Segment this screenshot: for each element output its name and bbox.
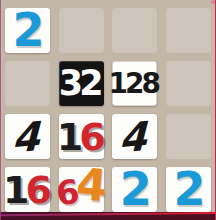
tile-digit: 2 bbox=[12, 7, 42, 53]
left-edge-accent bbox=[0, 0, 1, 220]
corner-accent bbox=[211, 0, 215, 4]
cell-tile-32: 32 bbox=[59, 61, 104, 106]
tile-digit: 2 bbox=[120, 166, 150, 212]
empty-cell bbox=[112, 8, 157, 53]
tile-digit: 6 bbox=[79, 118, 105, 156]
tile-2: 2 bbox=[112, 167, 157, 212]
tile-digit: 6 bbox=[26, 171, 52, 209]
tile-digit: 2 bbox=[79, 66, 103, 101]
cell-tile-4: 4 bbox=[5, 114, 50, 159]
right-edge-accent bbox=[215, 0, 216, 220]
tile-16: 16 bbox=[59, 114, 104, 159]
cell-tile-16: 16 bbox=[59, 114, 104, 159]
red-streak-decoration bbox=[0, 212, 216, 216]
tile-64: 64 bbox=[59, 167, 104, 212]
empty-cell bbox=[166, 8, 211, 53]
tile-digit: 8 bbox=[142, 70, 161, 98]
tile-4: 4 bbox=[112, 114, 157, 159]
tile-4: 4 bbox=[5, 114, 50, 159]
empty-cell bbox=[5, 61, 50, 106]
cell-tile-2: 2 bbox=[112, 167, 157, 212]
game-screen: 2321284164166422 bbox=[0, 0, 216, 220]
cell-tile-64: 64 bbox=[59, 167, 104, 212]
cell-tile-2: 2 bbox=[166, 167, 211, 212]
tile-digit: 2 bbox=[173, 166, 203, 212]
tile-2: 2 bbox=[5, 8, 50, 53]
tile-16: 16 bbox=[5, 167, 50, 212]
tile-32: 32 bbox=[59, 61, 104, 106]
cell-tile-128: 128 bbox=[112, 61, 157, 106]
tile-digit: 4 bbox=[74, 161, 108, 208]
tile-2: 2 bbox=[166, 167, 211, 212]
empty-cell bbox=[166, 114, 211, 159]
empty-cell bbox=[59, 8, 104, 53]
game-board[interactable]: 2321284164166422 bbox=[0, 0, 216, 212]
bottom-bar-decoration bbox=[0, 212, 216, 220]
cell-tile-16: 16 bbox=[5, 167, 50, 212]
empty-cell bbox=[166, 61, 211, 106]
cell-tile-2: 2 bbox=[5, 8, 50, 53]
cell-tile-4: 4 bbox=[112, 114, 157, 159]
tile-128: 128 bbox=[112, 61, 157, 106]
tile-digit: 4 bbox=[119, 115, 147, 158]
tile-digit: 4 bbox=[11, 115, 39, 158]
